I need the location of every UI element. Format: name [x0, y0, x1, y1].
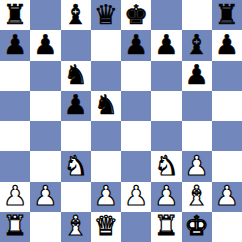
piece-black-king[interactable]: ♚ — [124, 1, 148, 28]
piece-white-pawn[interactable]: ♟ — [33, 182, 57, 209]
square-d6[interactable] — [91, 61, 121, 91]
square-f7[interactable]: ♟ — [151, 30, 181, 60]
square-e1[interactable] — [121, 212, 151, 242]
square-e3[interactable] — [121, 151, 151, 181]
square-b3[interactable] — [30, 151, 60, 181]
square-b2[interactable]: ♟ — [30, 182, 60, 212]
square-a2[interactable]: ♟ — [0, 182, 30, 212]
square-h1[interactable] — [212, 212, 242, 242]
piece-black-knight[interactable]: ♞ — [64, 61, 88, 88]
square-e2[interactable]: ♟ — [121, 182, 151, 212]
square-a6[interactable] — [0, 61, 30, 91]
square-b7[interactable]: ♟ — [30, 30, 60, 60]
chess-board: ♜♝♛♚♜♟♟♟♟♝♟♞♟♟♞♞♞♟♟♟♟♟♟♝♟♜♝♛♜♚ — [0, 0, 242, 242]
square-g6[interactable]: ♟ — [182, 61, 212, 91]
piece-white-pawn[interactable]: ♟ — [124, 182, 148, 209]
square-h2[interactable]: ♟ — [212, 182, 242, 212]
square-a8[interactable]: ♜ — [0, 0, 30, 30]
square-c8[interactable]: ♝ — [61, 0, 91, 30]
square-g2[interactable]: ♝ — [182, 182, 212, 212]
piece-black-pawn[interactable]: ♟ — [215, 31, 239, 58]
piece-white-king[interactable]: ♚ — [185, 212, 209, 239]
square-b6[interactable] — [30, 61, 60, 91]
square-h4[interactable] — [212, 121, 242, 151]
piece-black-pawn[interactable]: ♟ — [3, 31, 27, 58]
piece-black-pawn[interactable]: ♟ — [154, 31, 178, 58]
square-c5[interactable]: ♟ — [61, 91, 91, 121]
square-f2[interactable]: ♟ — [151, 182, 181, 212]
square-h6[interactable] — [212, 61, 242, 91]
square-g3[interactable]: ♟ — [182, 151, 212, 181]
piece-black-pawn[interactable]: ♟ — [64, 91, 88, 118]
square-d8[interactable]: ♛ — [91, 0, 121, 30]
square-a7[interactable]: ♟ — [0, 30, 30, 60]
piece-black-pawn[interactable]: ♟ — [124, 31, 148, 58]
piece-white-bishop[interactable]: ♝ — [185, 182, 209, 209]
square-d5[interactable]: ♞ — [91, 91, 121, 121]
square-g4[interactable] — [182, 121, 212, 151]
piece-white-pawn[interactable]: ♟ — [185, 152, 209, 179]
piece-white-queen[interactable]: ♛ — [94, 212, 118, 239]
piece-white-bishop[interactable]: ♝ — [64, 212, 88, 239]
piece-black-queen[interactable]: ♛ — [94, 1, 118, 28]
square-c7[interactable] — [61, 30, 91, 60]
square-c1[interactable]: ♝ — [61, 212, 91, 242]
piece-black-knight[interactable]: ♞ — [94, 91, 118, 118]
piece-white-rook[interactable]: ♜ — [154, 212, 178, 239]
square-d7[interactable] — [91, 30, 121, 60]
piece-black-rook[interactable]: ♜ — [3, 1, 27, 28]
square-b1[interactable] — [30, 212, 60, 242]
piece-black-pawn[interactable]: ♟ — [33, 31, 57, 58]
square-a1[interactable]: ♜ — [0, 212, 30, 242]
square-e8[interactable]: ♚ — [121, 0, 151, 30]
square-d2[interactable]: ♟ — [91, 182, 121, 212]
square-f3[interactable]: ♞ — [151, 151, 181, 181]
piece-white-rook[interactable]: ♜ — [3, 212, 27, 239]
piece-white-pawn[interactable]: ♟ — [94, 182, 118, 209]
square-e5[interactable] — [121, 91, 151, 121]
square-b8[interactable] — [30, 0, 60, 30]
square-g5[interactable] — [182, 91, 212, 121]
piece-white-pawn[interactable]: ♟ — [154, 182, 178, 209]
square-f6[interactable] — [151, 61, 181, 91]
piece-white-pawn[interactable]: ♟ — [215, 182, 239, 209]
square-g1[interactable]: ♚ — [182, 212, 212, 242]
square-g7[interactable]: ♝ — [182, 30, 212, 60]
piece-black-bishop[interactable]: ♝ — [185, 31, 209, 58]
square-d4[interactable] — [91, 121, 121, 151]
piece-black-bishop[interactable]: ♝ — [64, 1, 88, 28]
piece-white-pawn[interactable]: ♟ — [3, 182, 27, 209]
square-h7[interactable]: ♟ — [212, 30, 242, 60]
piece-white-knight[interactable]: ♞ — [154, 152, 178, 179]
square-h5[interactable] — [212, 91, 242, 121]
square-a4[interactable] — [0, 121, 30, 151]
square-c6[interactable]: ♞ — [61, 61, 91, 91]
square-b4[interactable] — [30, 121, 60, 151]
square-c3[interactable]: ♞ — [61, 151, 91, 181]
piece-black-rook[interactable]: ♜ — [215, 1, 239, 28]
square-h3[interactable] — [212, 151, 242, 181]
square-c4[interactable] — [61, 121, 91, 151]
piece-white-knight[interactable]: ♞ — [64, 152, 88, 179]
square-c2[interactable] — [61, 182, 91, 212]
square-d1[interactable]: ♛ — [91, 212, 121, 242]
square-a3[interactable] — [0, 151, 30, 181]
square-e7[interactable]: ♟ — [121, 30, 151, 60]
square-f4[interactable] — [151, 121, 181, 151]
square-e4[interactable] — [121, 121, 151, 151]
square-f5[interactable] — [151, 91, 181, 121]
square-e6[interactable] — [121, 61, 151, 91]
square-f1[interactable]: ♜ — [151, 212, 181, 242]
square-f8[interactable] — [151, 0, 181, 30]
square-b5[interactable] — [30, 91, 60, 121]
square-d3[interactable] — [91, 151, 121, 181]
square-a5[interactable] — [0, 91, 30, 121]
square-g8[interactable] — [182, 0, 212, 30]
square-h8[interactable]: ♜ — [212, 0, 242, 30]
piece-black-pawn[interactable]: ♟ — [185, 61, 209, 88]
